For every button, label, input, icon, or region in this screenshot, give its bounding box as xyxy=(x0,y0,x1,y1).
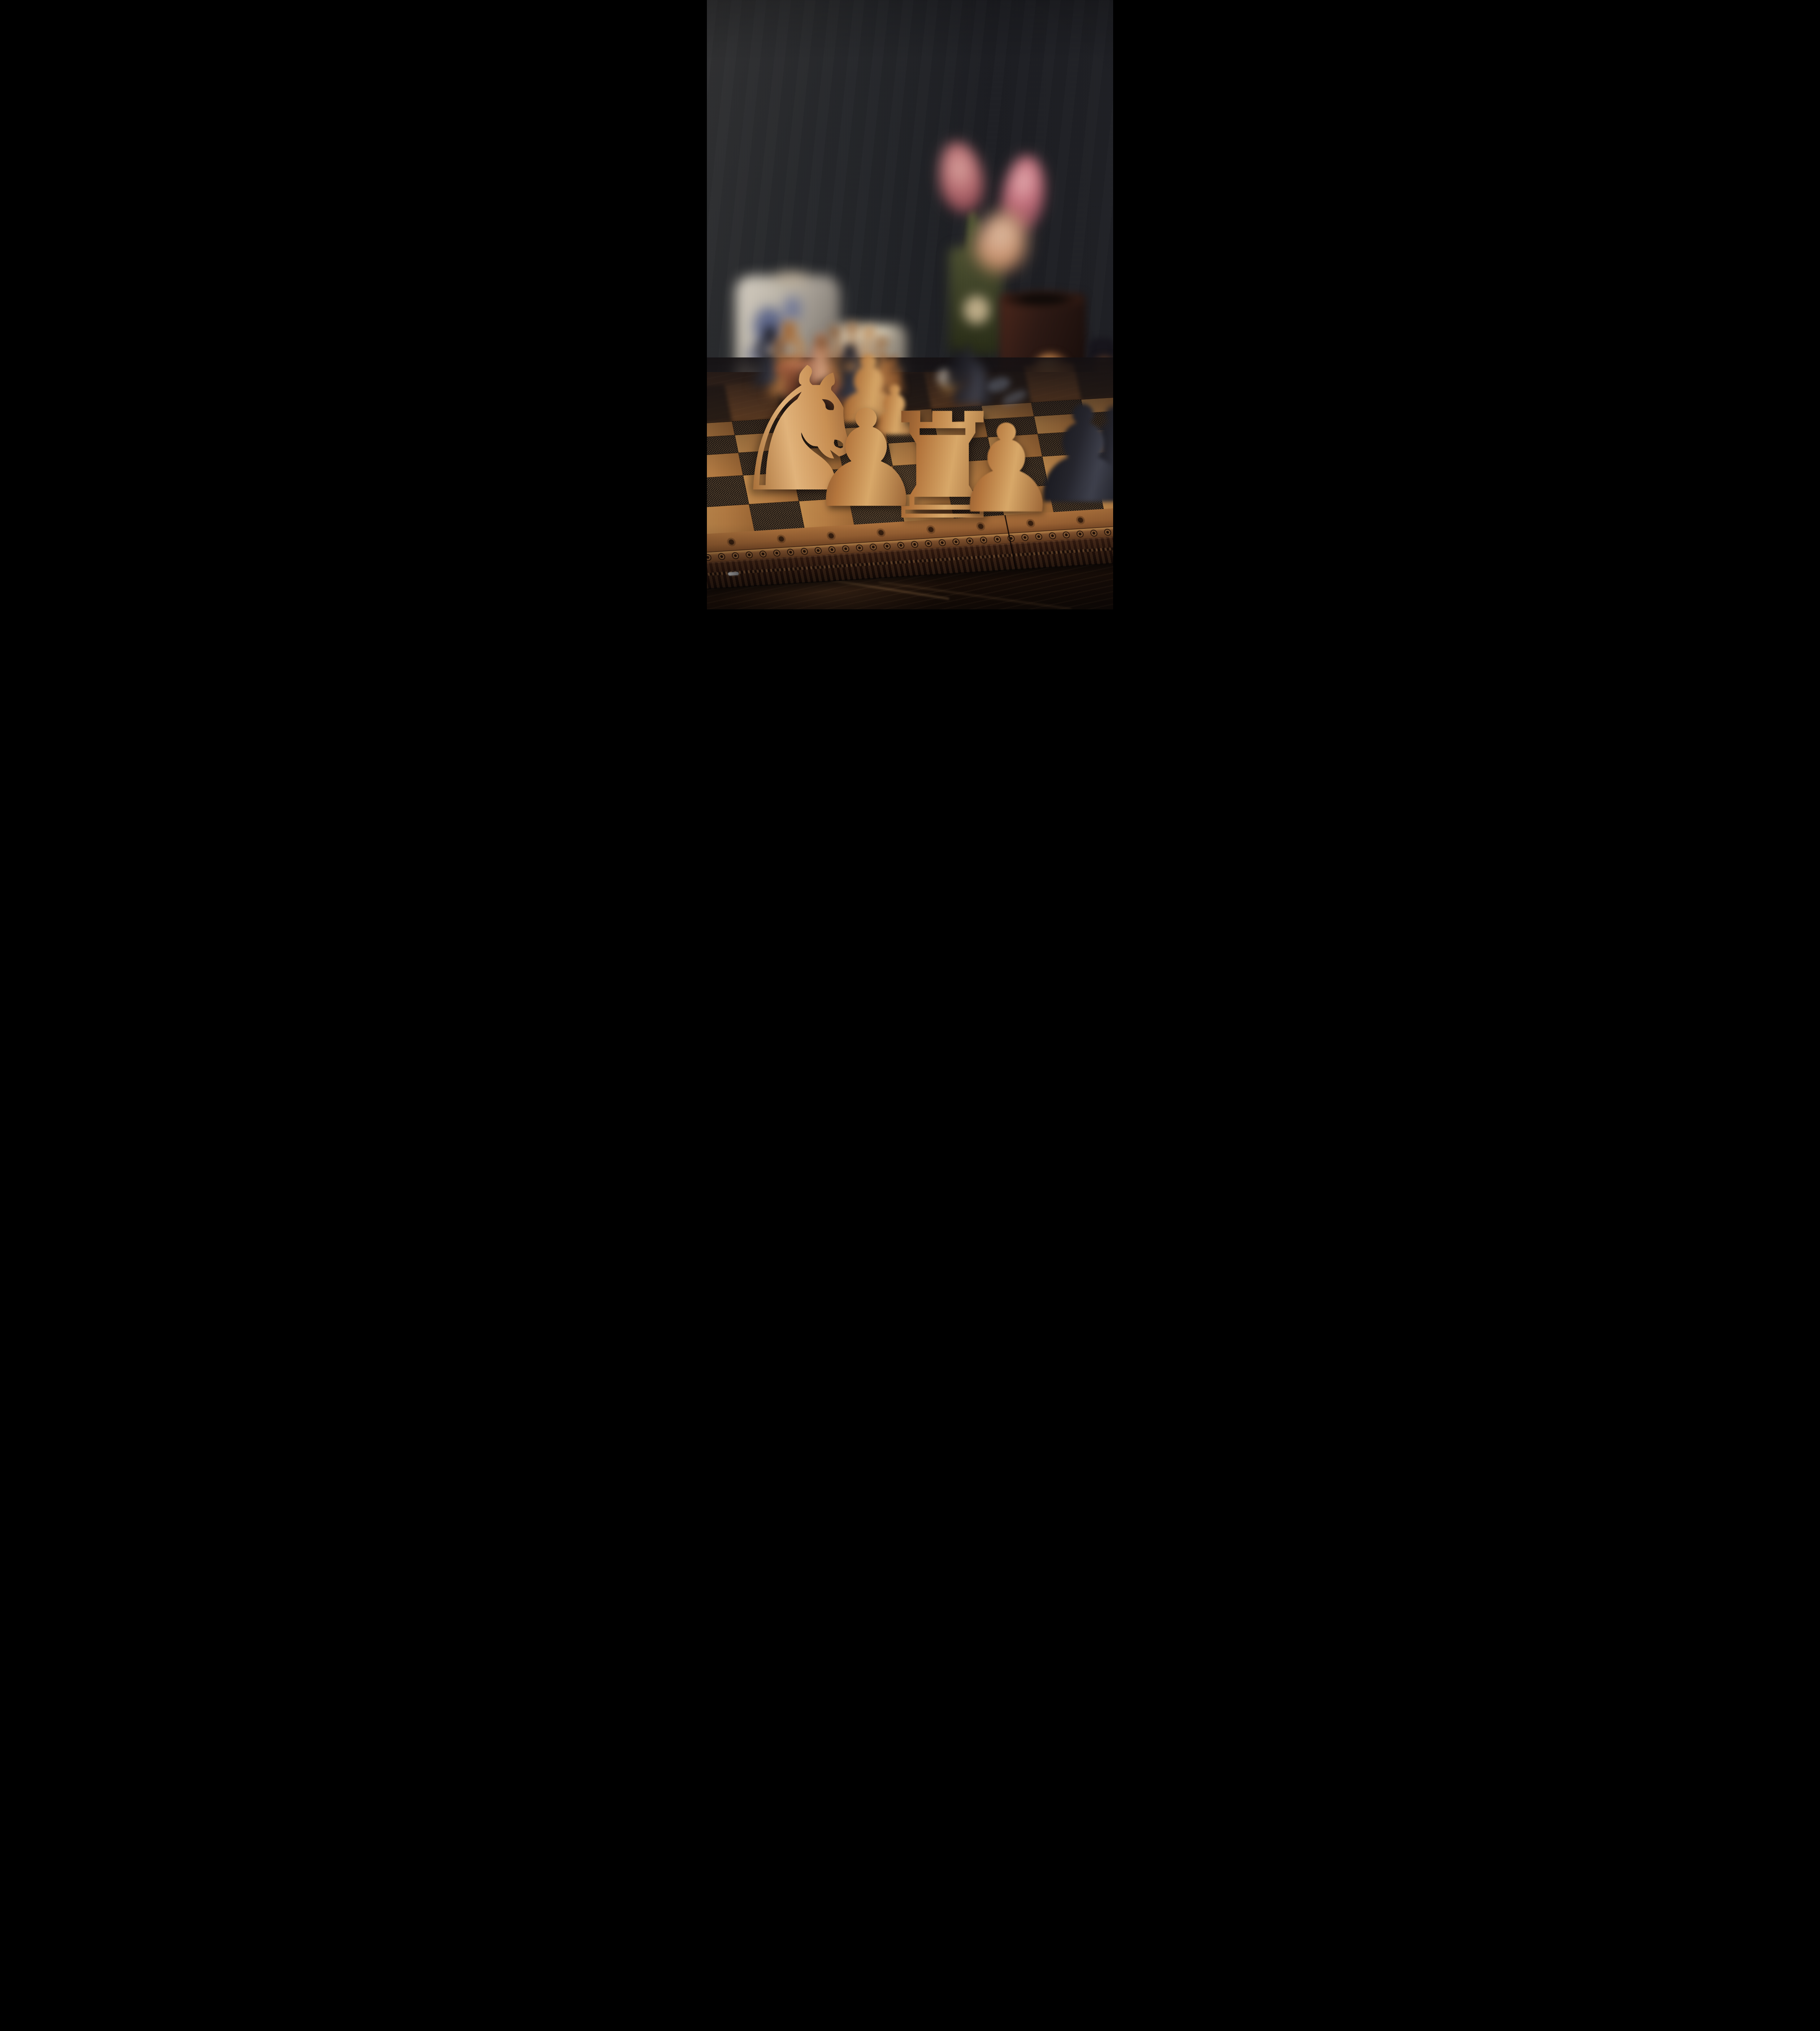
film-grain xyxy=(707,0,1113,609)
photo-scene: ♝ ♝ ♟ ♛ ♝ ♞ ♞ ♟ ♟ ♟ ♟ ♞ ♟ ♜ ♟ xyxy=(707,0,1113,609)
